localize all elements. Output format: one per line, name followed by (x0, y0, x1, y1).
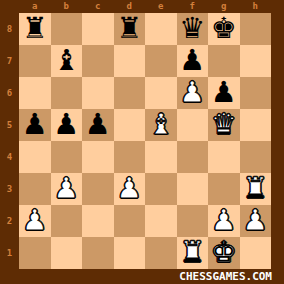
square-a5[interactable]: ♟ (19, 109, 51, 141)
square-c1[interactable] (82, 237, 114, 269)
black-queen: ♛ (179, 13, 205, 44)
square-b8[interactable] (51, 13, 83, 45)
square-g6[interactable]: ♟ (208, 77, 240, 109)
square-c2[interactable] (82, 205, 114, 237)
square-g4[interactable] (208, 141, 240, 173)
file-label-f: f (177, 0, 209, 13)
file-label-e: e (145, 0, 177, 13)
white-pawn: ♟ (211, 205, 237, 236)
rank-labels: 87654321 (0, 13, 19, 269)
rank-label-7: 7 (0, 45, 19, 77)
file-label-c: c (82, 0, 114, 13)
square-e6[interactable] (145, 77, 177, 109)
square-a1[interactable] (19, 237, 51, 269)
square-b4[interactable] (51, 141, 83, 173)
file-labels: abcdefgh (19, 0, 271, 13)
square-g2[interactable]: ♟ (208, 205, 240, 237)
white-king: ♚ (211, 237, 237, 268)
rank-label-5: 5 (0, 109, 19, 141)
square-c8[interactable] (82, 13, 114, 45)
file-label-g: g (208, 0, 240, 13)
square-f5[interactable] (177, 109, 209, 141)
chess-diagram: abcdefgh 87654321 ♜♜♛♚♝♟♟♟♟♟♟♝♛♟♟♜♟♟♟♜♚ … (0, 0, 284, 284)
square-g8[interactable]: ♚ (208, 13, 240, 45)
square-d3[interactable]: ♟ (114, 173, 146, 205)
board: ♜♜♛♚♝♟♟♟♟♟♟♝♛♟♟♜♟♟♟♜♚ (19, 13, 271, 269)
square-c6[interactable] (82, 77, 114, 109)
square-f1[interactable]: ♜ (177, 237, 209, 269)
square-g3[interactable] (208, 173, 240, 205)
square-a3[interactable] (19, 173, 51, 205)
square-c7[interactable] (82, 45, 114, 77)
rank-label-6: 6 (0, 77, 19, 109)
square-f3[interactable] (177, 173, 209, 205)
file-label-d: d (114, 0, 146, 13)
white-pawn: ♟ (53, 173, 79, 204)
watermark-text: CHESSGAMES.COM (179, 270, 272, 283)
rank-label-2: 2 (0, 205, 19, 237)
square-h7[interactable] (240, 45, 272, 77)
square-d7[interactable] (114, 45, 146, 77)
square-h4[interactable] (240, 141, 272, 173)
file-label-b: b (51, 0, 83, 13)
black-king: ♚ (211, 13, 237, 44)
square-c3[interactable] (82, 173, 114, 205)
square-g7[interactable] (208, 45, 240, 77)
square-d4[interactable] (114, 141, 146, 173)
square-e8[interactable] (145, 13, 177, 45)
black-pawn: ♟ (22, 109, 48, 140)
square-f4[interactable] (177, 141, 209, 173)
white-pawn: ♟ (22, 205, 48, 236)
square-f8[interactable]: ♛ (177, 13, 209, 45)
square-c5[interactable]: ♟ (82, 109, 114, 141)
black-pawn: ♟ (211, 77, 237, 108)
black-bishop: ♝ (53, 45, 79, 76)
square-e3[interactable] (145, 173, 177, 205)
white-pawn: ♟ (242, 205, 268, 236)
square-a4[interactable] (19, 141, 51, 173)
white-pawn: ♟ (179, 77, 205, 108)
square-b1[interactable] (51, 237, 83, 269)
square-a2[interactable]: ♟ (19, 205, 51, 237)
square-f6[interactable]: ♟ (177, 77, 209, 109)
white-rook: ♜ (242, 173, 268, 204)
square-e1[interactable] (145, 237, 177, 269)
square-g5[interactable]: ♛ (208, 109, 240, 141)
square-e5[interactable]: ♝ (145, 109, 177, 141)
black-pawn: ♟ (53, 109, 79, 140)
square-b7[interactable]: ♝ (51, 45, 83, 77)
square-d5[interactable] (114, 109, 146, 141)
square-a8[interactable]: ♜ (19, 13, 51, 45)
square-e2[interactable] (145, 205, 177, 237)
square-d1[interactable] (114, 237, 146, 269)
white-bishop: ♝ (148, 109, 174, 140)
square-f7[interactable]: ♟ (177, 45, 209, 77)
white-rook: ♜ (179, 237, 205, 268)
square-d8[interactable]: ♜ (114, 13, 146, 45)
square-e4[interactable] (145, 141, 177, 173)
square-h2[interactable]: ♟ (240, 205, 272, 237)
square-a6[interactable] (19, 77, 51, 109)
square-d6[interactable] (114, 77, 146, 109)
black-pawn: ♟ (179, 45, 205, 76)
square-b2[interactable] (51, 205, 83, 237)
square-b5[interactable]: ♟ (51, 109, 83, 141)
square-b6[interactable] (51, 77, 83, 109)
white-pawn: ♟ (116, 173, 142, 204)
white-queen: ♛ (211, 109, 237, 140)
square-h8[interactable] (240, 13, 272, 45)
rank-label-8: 8 (0, 13, 19, 45)
square-a7[interactable] (19, 45, 51, 77)
square-h5[interactable] (240, 109, 272, 141)
square-g1[interactable]: ♚ (208, 237, 240, 269)
file-label-a: a (19, 0, 51, 13)
square-d2[interactable] (114, 205, 146, 237)
square-e7[interactable] (145, 45, 177, 77)
black-rook: ♜ (22, 13, 48, 44)
rank-label-4: 4 (0, 141, 19, 173)
file-label-h: h (240, 0, 272, 13)
square-h3[interactable]: ♜ (240, 173, 272, 205)
square-b3[interactable]: ♟ (51, 173, 83, 205)
rank-label-1: 1 (0, 237, 19, 269)
square-h1[interactable] (240, 237, 272, 269)
rank-label-3: 3 (0, 173, 19, 205)
square-f2[interactable] (177, 205, 209, 237)
square-c4[interactable] (82, 141, 114, 173)
square-h6[interactable] (240, 77, 272, 109)
black-rook: ♜ (116, 13, 142, 44)
black-pawn: ♟ (85, 109, 111, 140)
